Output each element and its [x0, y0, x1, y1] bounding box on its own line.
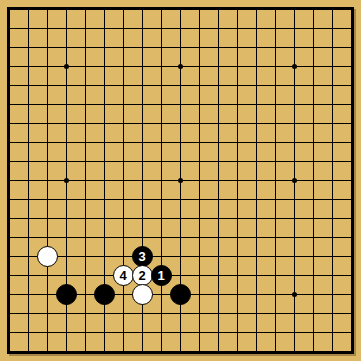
- grid-line-horizontal: [9, 256, 352, 257]
- stone-black-h6[interactable]: 3: [132, 246, 153, 267]
- stone-white-h5[interactable]: 2: [132, 265, 153, 286]
- grid-line-horizontal: [9, 199, 352, 200]
- hoshi-point: [178, 178, 183, 183]
- hoshi-point: [292, 64, 297, 69]
- grid-line-vertical: [218, 9, 219, 352]
- grid-line-vertical: [199, 9, 200, 352]
- go-board[interactable]: 3421: [0, 0, 361, 361]
- move-number-label: 4: [119, 269, 126, 282]
- hoshi-point: [64, 64, 69, 69]
- grid-line-horizontal: [9, 218, 352, 219]
- grid-line-vertical: [256, 9, 257, 352]
- grid-line-vertical: [313, 9, 314, 352]
- move-number-label: 1: [157, 269, 164, 282]
- move-number-label: 3: [138, 250, 145, 263]
- stone-black-d4[interactable]: [56, 284, 77, 305]
- stone-white-g5[interactable]: 4: [113, 265, 134, 286]
- grid-line-horizontal: [9, 313, 352, 314]
- grid-line-vertical: [237, 9, 238, 352]
- hoshi-point: [292, 292, 297, 297]
- grid-line-vertical: [332, 9, 333, 352]
- hoshi-point: [292, 178, 297, 183]
- grid-line-horizontal: [9, 332, 352, 333]
- move-number-label: 2: [138, 269, 145, 282]
- stone-white-c6[interactable]: [37, 246, 58, 267]
- stone-black-k4[interactable]: [170, 284, 191, 305]
- hoshi-point: [178, 64, 183, 69]
- stone-black-f4[interactable]: [94, 284, 115, 305]
- hoshi-point: [64, 178, 69, 183]
- grid-line-horizontal: [9, 275, 352, 276]
- grid-line-vertical: [275, 9, 276, 352]
- stone-black-j5[interactable]: 1: [151, 265, 172, 286]
- stone-white-h4[interactable]: [132, 284, 153, 305]
- grid-line-horizontal: [9, 237, 352, 238]
